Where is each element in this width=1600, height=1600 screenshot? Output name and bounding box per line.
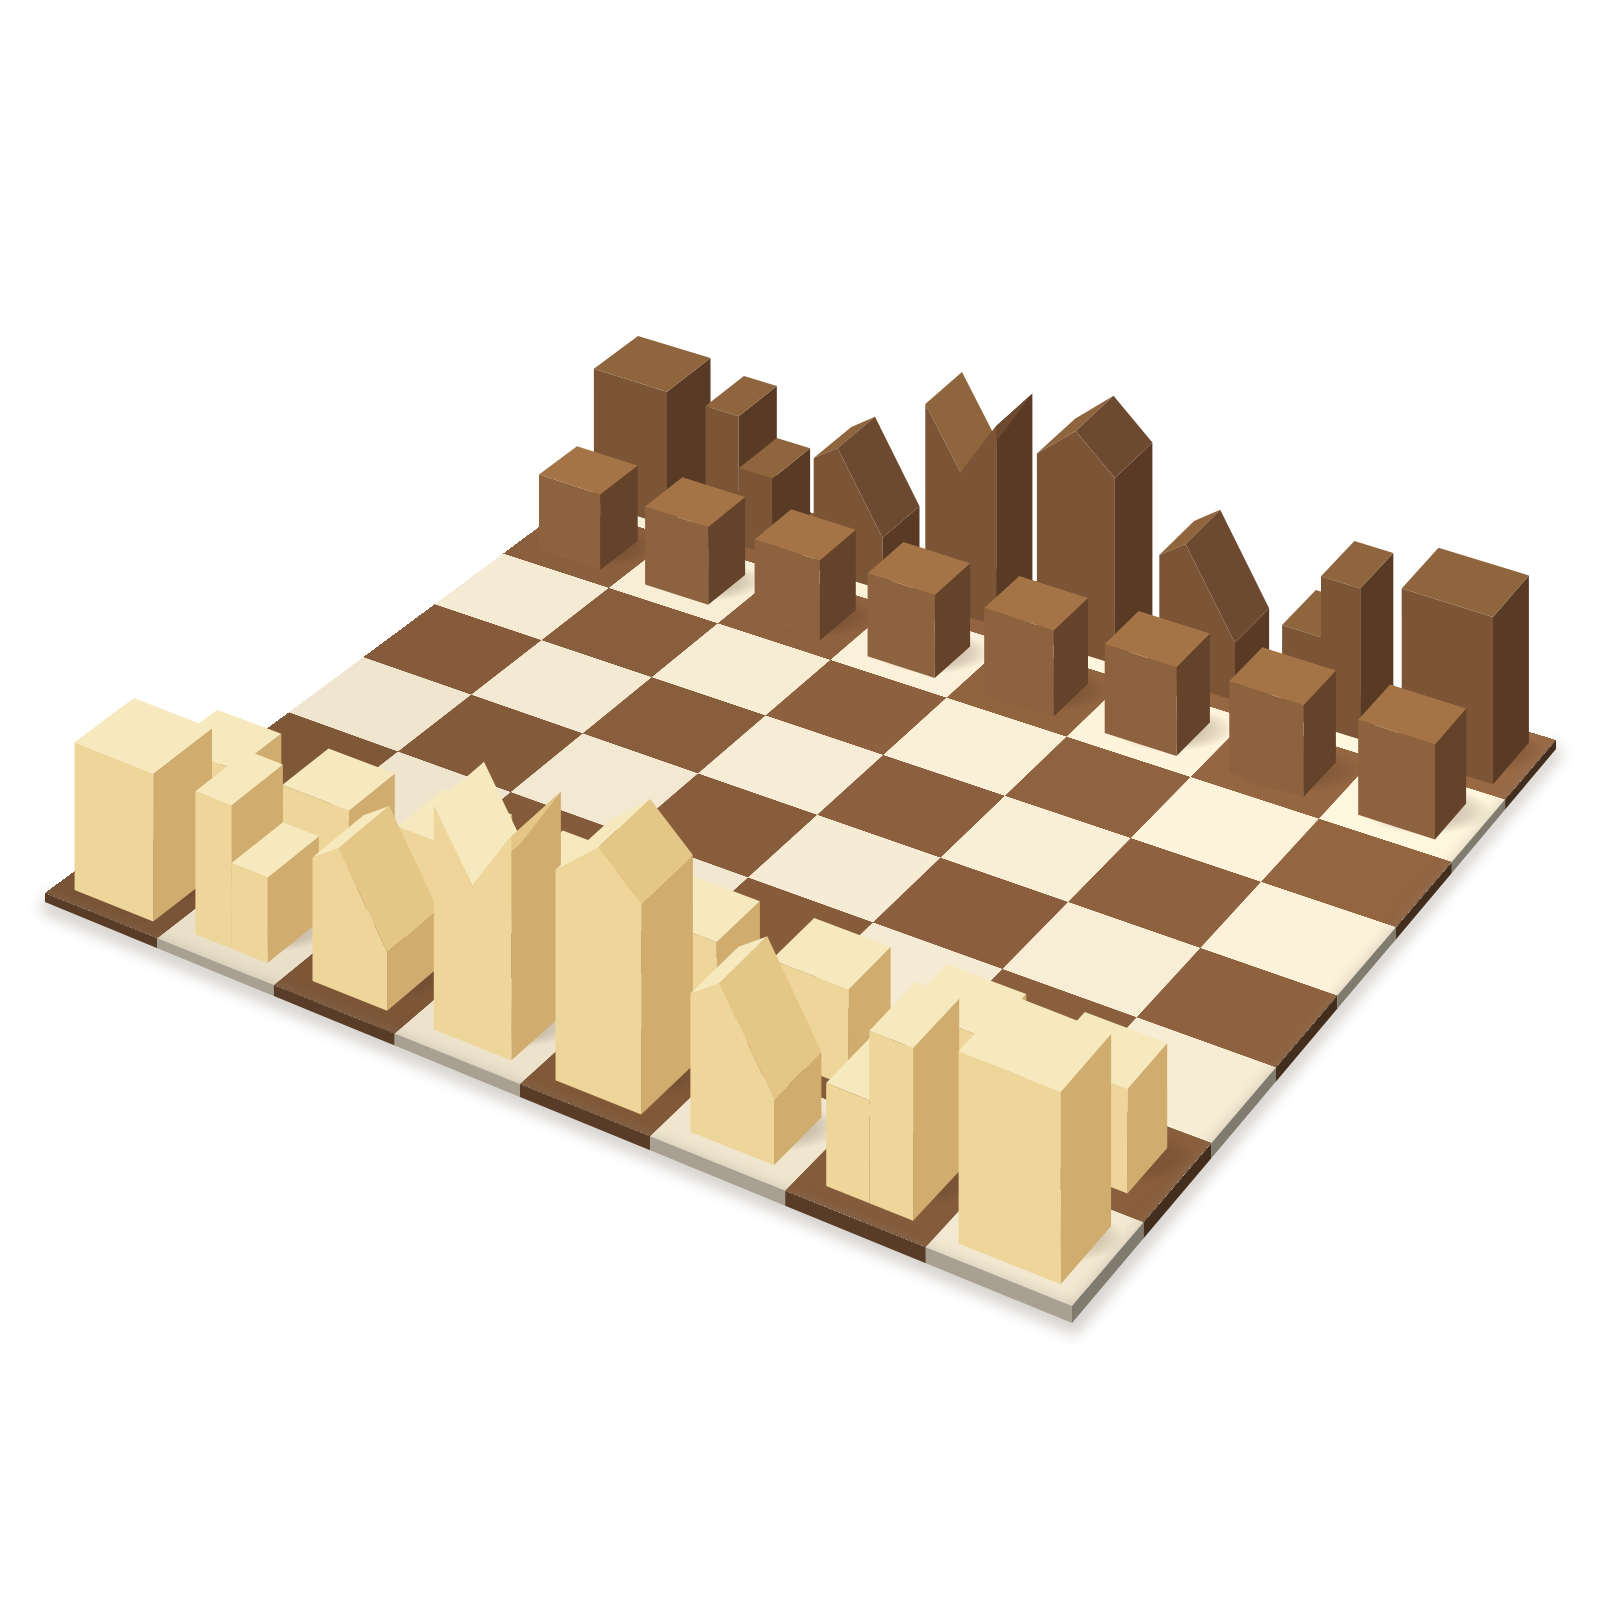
roof-left [814, 417, 875, 458]
prong-left [925, 372, 997, 473]
top-face [594, 336, 711, 392]
prong-right [961, 394, 1033, 473]
chess-product-photo [0, 0, 1600, 1600]
roof-slope [1186, 510, 1270, 643]
step-top [1282, 590, 1354, 637]
roof-left [1159, 510, 1220, 555]
step-top [739, 438, 810, 479]
top-face [1402, 548, 1529, 617]
tall-top [1321, 541, 1393, 589]
tall-top [706, 376, 777, 416]
roof-left [1037, 396, 1114, 454]
roof-slope [838, 417, 920, 538]
top-face [75, 698, 212, 774]
roof-right [1076, 396, 1153, 478]
chess-board [45, 458, 1556, 1306]
